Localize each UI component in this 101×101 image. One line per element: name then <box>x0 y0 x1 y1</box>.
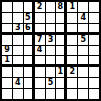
cell-r6c4-empty[interactable] <box>35 56 45 66</box>
cell-r8c3-empty[interactable] <box>24 78 34 88</box>
cell-r4c2-empty[interactable] <box>13 35 23 45</box>
cell-r3c2-given-3[interactable]: 3 <box>13 24 23 34</box>
cell-r1c3-empty[interactable] <box>24 2 34 12</box>
cell-r4c3-empty[interactable] <box>24 35 34 45</box>
cell-r2c8-given-4[interactable]: 4 <box>78 13 88 23</box>
cell-r3c5-empty[interactable] <box>46 24 56 34</box>
cell-r4c1-empty[interactable] <box>2 35 12 45</box>
cell-r9c1-empty[interactable] <box>2 89 12 99</box>
cell-r4c6-empty[interactable] <box>56 35 66 45</box>
cell-r4c9-empty[interactable] <box>89 35 99 45</box>
cell-r7c5-empty[interactable] <box>46 67 56 77</box>
cell-r1c6-given-8[interactable]: 8 <box>56 2 66 12</box>
cell-r2c4-empty[interactable] <box>35 13 45 23</box>
cell-r8c9-empty[interactable] <box>89 78 99 88</box>
cell-r6c3-empty[interactable] <box>24 56 34 66</box>
cell-r4c5-given-3[interactable]: 3 <box>46 35 56 45</box>
cell-r8c2-given-4[interactable]: 4 <box>13 78 23 88</box>
cell-r9c7-empty[interactable] <box>67 89 77 99</box>
cell-r3c6-empty[interactable] <box>56 24 66 34</box>
cell-r9c3-empty[interactable] <box>24 89 34 99</box>
cell-r9c2-empty[interactable] <box>13 89 23 99</box>
cell-r3c7-empty[interactable] <box>67 24 77 34</box>
cell-r5c2-empty[interactable] <box>13 46 23 56</box>
cell-r8c7-empty[interactable] <box>67 78 77 88</box>
cell-r2c1-empty[interactable] <box>2 13 12 23</box>
cell-r7c1-empty[interactable] <box>2 67 12 77</box>
cell-r8c4-empty[interactable] <box>35 78 45 88</box>
cell-r6c8-empty[interactable] <box>78 56 88 66</box>
cell-r2c6-empty[interactable] <box>56 13 66 23</box>
cell-r5c7-empty[interactable] <box>67 46 77 56</box>
cell-r7c4-empty[interactable] <box>35 67 45 77</box>
cell-r3c4-empty[interactable] <box>35 24 45 34</box>
cell-r5c8-empty[interactable] <box>78 46 88 56</box>
cell-r8c8-empty[interactable] <box>78 78 88 88</box>
cell-r2c2-empty[interactable] <box>13 13 23 23</box>
cell-r5c6-empty[interactable] <box>56 46 66 56</box>
cell-r3c3-given-6[interactable]: 6 <box>24 24 34 34</box>
cell-r1c1-empty[interactable] <box>2 2 12 12</box>
cell-r9c5-empty[interactable] <box>46 89 56 99</box>
cell-r2c5-empty[interactable] <box>46 13 56 23</box>
cell-r1c4-given-2[interactable]: 2 <box>35 2 45 12</box>
cell-r5c5-empty[interactable] <box>46 46 56 56</box>
cell-r4c7-empty[interactable] <box>67 35 77 45</box>
cell-r1c7-given-1[interactable]: 1 <box>67 2 77 12</box>
cell-r6c9-empty[interactable] <box>89 56 99 66</box>
cell-r5c9-empty[interactable] <box>89 46 99 56</box>
cell-r3c9-empty[interactable] <box>89 24 99 34</box>
cell-r1c2-empty[interactable] <box>13 2 23 12</box>
sudoku-board: 28154367359411245 <box>0 0 101 101</box>
cell-r6c1-given-1[interactable]: 1 <box>2 56 12 66</box>
cell-r9c4-empty[interactable] <box>35 89 45 99</box>
cell-r8c5-given-5[interactable]: 5 <box>46 78 56 88</box>
cell-r7c2-empty[interactable] <box>13 67 23 77</box>
cell-r6c7-empty[interactable] <box>67 56 77 66</box>
cell-r6c6-empty[interactable] <box>56 56 66 66</box>
cell-r8c1-empty[interactable] <box>2 78 12 88</box>
cell-r7c3-empty[interactable] <box>24 67 34 77</box>
cell-r9c8-empty[interactable] <box>78 89 88 99</box>
cell-r6c2-empty[interactable] <box>13 56 23 66</box>
cell-r4c4-given-7[interactable]: 7 <box>35 35 45 45</box>
cell-r8c6-empty[interactable] <box>56 78 66 88</box>
cell-r7c6-given-1[interactable]: 1 <box>56 67 66 77</box>
cell-r4c8-given-5[interactable]: 5 <box>78 35 88 45</box>
cell-r5c3-empty[interactable] <box>24 46 34 56</box>
cell-r1c5-empty[interactable] <box>46 2 56 12</box>
cell-r3c1-empty[interactable] <box>2 24 12 34</box>
cell-r1c9-empty[interactable] <box>89 2 99 12</box>
cell-r2c3-given-5[interactable]: 5 <box>24 13 34 23</box>
cell-r9c6-empty[interactable] <box>56 89 66 99</box>
cell-r3c8-empty[interactable] <box>78 24 88 34</box>
cell-r1c8-empty[interactable] <box>78 2 88 12</box>
cell-r2c7-empty[interactable] <box>67 13 77 23</box>
cell-r7c8-empty[interactable] <box>78 67 88 77</box>
cell-r9c9-empty[interactable] <box>89 89 99 99</box>
cell-r2c9-empty[interactable] <box>89 13 99 23</box>
cell-r6c5-empty[interactable] <box>46 56 56 66</box>
cell-r5c4-given-4[interactable]: 4 <box>35 46 45 56</box>
cell-r7c7-given-2[interactable]: 2 <box>67 67 77 77</box>
cell-r7c9-empty[interactable] <box>89 67 99 77</box>
cell-r5c1-given-9[interactable]: 9 <box>2 46 12 56</box>
